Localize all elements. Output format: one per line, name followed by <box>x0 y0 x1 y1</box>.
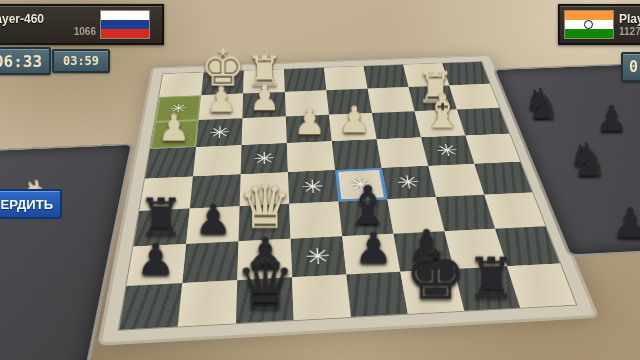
captured-black-pawn: ♟ <box>611 202 640 244</box>
game-screen: { "game": "chess", "app_style": "3D ches… <box>0 0 640 360</box>
piece-black-pawn-d7[interactable]: ♟ <box>353 227 392 271</box>
square-c4[interactable] <box>377 137 429 168</box>
square-e7[interactable]: ✳ <box>291 236 347 277</box>
square-g7[interactable] <box>182 241 238 283</box>
square-b3[interactable]: ♝ <box>415 109 466 137</box>
square-e1[interactable] <box>284 68 326 92</box>
square-h7[interactable]: ♟ <box>127 244 187 286</box>
move-hint-star-e7[interactable]: ✳ <box>291 236 347 277</box>
square-e3[interactable]: ♟ <box>286 115 332 143</box>
square-g3[interactable]: ✳ <box>196 118 242 147</box>
square-g8[interactable] <box>178 280 238 326</box>
square-g4[interactable] <box>193 145 242 176</box>
square-d1[interactable] <box>324 66 368 90</box>
square-d3[interactable]: ♟ <box>329 113 377 141</box>
piece-black-queen-f8[interactable]: ♛ <box>235 251 295 318</box>
square-d4[interactable] <box>332 139 382 170</box>
square-c8[interactable]: ♚ <box>400 269 464 314</box>
move-hint-star-f4[interactable]: ✳ <box>241 143 288 174</box>
piece-white-pawn-d3[interactable]: ♟ <box>338 102 370 138</box>
move-hint-star-e5[interactable]: ✳ <box>288 170 338 204</box>
clock-second: 03:59 <box>52 49 110 73</box>
clock-main: 06:33 <box>0 47 51 75</box>
clock-right-edge: 0 <box>621 52 640 82</box>
captured-tray-white-pieces: ♞♞♟♟♝♟ <box>0 143 134 360</box>
piece-white-bishop-b3[interactable]: ♝ <box>421 88 463 134</box>
square-h4[interactable] <box>145 147 196 179</box>
confirm-move-button[interactable]: ПОДТВЕРДИТЬ <box>0 189 62 219</box>
square-a6[interactable] <box>484 192 545 228</box>
india-flag-icon <box>564 10 614 39</box>
captured-black-knight: ♞ <box>567 136 609 183</box>
piece-black-pawn-h7[interactable]: ♟ <box>135 237 175 281</box>
square-a3[interactable] <box>457 108 509 136</box>
player-right-name: Player <box>619 12 640 26</box>
square-f3[interactable] <box>242 116 287 145</box>
square-h1[interactable] <box>159 72 203 97</box>
piece-white-pawn-f2[interactable]: ♟ <box>249 81 280 116</box>
player-left-name: Player-460 <box>0 12 96 26</box>
square-g6[interactable]: ♟ <box>186 206 239 244</box>
square-h8[interactable] <box>119 283 182 330</box>
square-e4[interactable] <box>287 141 335 172</box>
square-h3[interactable]: ♟ <box>150 120 199 149</box>
square-d8[interactable] <box>346 272 407 317</box>
square-f2[interactable]: ♟ <box>242 92 285 118</box>
russia-flag-icon <box>100 10 150 39</box>
square-c2[interactable] <box>368 87 415 113</box>
piece-black-pawn-g6[interactable]: ♟ <box>194 198 232 240</box>
square-a5[interactable] <box>474 162 532 195</box>
move-hint-star-g3[interactable]: ✳ <box>196 118 242 147</box>
player-left-rating: 1066 <box>0 26 96 37</box>
piece-white-pawn-g2[interactable]: ♟ <box>205 83 236 118</box>
chess-board: ♚♜✳♟♟♜♟✳♟♟♝✳✳✳✳✳♜♟♛♝♟♟✳♟♟♛♚♜ ♞♞♟♟♝♟ ♞♟♞♝… <box>102 56 595 342</box>
square-a8[interactable] <box>507 263 576 307</box>
square-f8[interactable]: ♛ <box>236 277 294 323</box>
square-a4[interactable] <box>465 134 520 164</box>
piece-white-pawn-e3[interactable]: ♟ <box>293 104 325 140</box>
square-f4[interactable]: ✳ <box>241 143 288 174</box>
square-c3[interactable] <box>372 111 421 139</box>
player-right-rating: 1127 <box>619 26 640 37</box>
square-g2[interactable]: ♟ <box>199 94 243 120</box>
square-e8[interactable] <box>292 274 351 320</box>
player-panel-right: Player 1127 <box>558 4 640 45</box>
piece-white-pawn-h3[interactable]: ♟ <box>157 110 190 147</box>
captured-black-knight: ♞ <box>522 82 560 125</box>
piece-black-rook-b8[interactable]: ♜ <box>466 250 517 306</box>
player-panel-left: Player-460 1066 <box>0 4 164 45</box>
square-e6[interactable] <box>289 202 342 239</box>
square-c1[interactable] <box>364 65 409 89</box>
piece-black-king-c8[interactable]: ♚ <box>404 241 465 310</box>
square-e5[interactable]: ✳ <box>288 170 338 204</box>
square-d7[interactable]: ♟ <box>342 234 400 275</box>
